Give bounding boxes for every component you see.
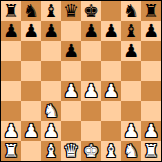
black-pawn[interactable]: ♟: [3, 21, 19, 41]
square-d6[interactable]: ♟: [61, 41, 81, 61]
black-bishop[interactable]: ♝: [43, 1, 59, 21]
square-d1[interactable]: ♛: [61, 141, 81, 161]
square-h7[interactable]: ♟: [141, 21, 161, 41]
square-b7[interactable]: ♟: [21, 21, 41, 41]
black-pawn[interactable]: ♟: [83, 21, 99, 41]
square-g6[interactable]: ♟: [121, 41, 141, 61]
square-g3[interactable]: [121, 101, 141, 121]
square-h6[interactable]: [141, 41, 161, 61]
square-h5[interactable]: [141, 61, 161, 81]
square-f6[interactable]: [101, 41, 121, 61]
white-queen[interactable]: ♛: [63, 141, 79, 161]
chess-board: ♜♞♝♛♚♞♜♟♟♟♟♟♝♟♟♟♟♟♟♞♟♟♟♟♟♜♝♛♚♝♞♜: [1, 1, 161, 161]
black-rook[interactable]: ♜: [3, 1, 19, 21]
white-knight[interactable]: ♞: [43, 101, 59, 121]
square-g4[interactable]: [121, 81, 141, 101]
square-b3[interactable]: [21, 101, 41, 121]
white-rook[interactable]: ♜: [3, 141, 19, 161]
square-b4[interactable]: [21, 81, 41, 101]
square-d7[interactable]: [61, 21, 81, 41]
black-pawn[interactable]: ♟: [43, 21, 59, 41]
square-b6[interactable]: [21, 41, 41, 61]
white-pawn[interactable]: ♟: [3, 121, 19, 141]
square-c3[interactable]: ♞: [41, 101, 61, 121]
square-a2[interactable]: ♟: [1, 121, 21, 141]
square-g7[interactable]: ♝: [121, 21, 141, 41]
square-c4[interactable]: [41, 81, 61, 101]
chess-board-frame: ♜♞♝♛♚♞♜♟♟♟♟♟♝♟♟♟♟♟♟♞♟♟♟♟♟♜♝♛♚♝♞♜: [0, 0, 162, 162]
square-g1[interactable]: ♞: [121, 141, 141, 161]
white-rook[interactable]: ♜: [143, 141, 159, 161]
square-a5[interactable]: [1, 61, 21, 81]
square-c2[interactable]: ♟: [41, 121, 61, 141]
square-e4[interactable]: ♟: [81, 81, 101, 101]
square-f2[interactable]: [101, 121, 121, 141]
square-d5[interactable]: [61, 61, 81, 81]
black-king[interactable]: ♚: [83, 1, 99, 21]
square-h4[interactable]: [141, 81, 161, 101]
square-e6[interactable]: [81, 41, 101, 61]
white-pawn[interactable]: ♟: [23, 121, 39, 141]
square-a8[interactable]: ♜: [1, 1, 21, 21]
square-g5[interactable]: [121, 61, 141, 81]
square-a7[interactable]: ♟: [1, 21, 21, 41]
black-pawn[interactable]: ♟: [63, 41, 79, 61]
square-f5[interactable]: [101, 61, 121, 81]
black-pawn[interactable]: ♟: [123, 41, 139, 61]
square-d3[interactable]: [61, 101, 81, 121]
square-c8[interactable]: ♝: [41, 1, 61, 21]
square-h2[interactable]: ♟: [141, 121, 161, 141]
square-b8[interactable]: ♞: [21, 1, 41, 21]
square-c7[interactable]: ♟: [41, 21, 61, 41]
white-pawn[interactable]: ♟: [43, 121, 59, 141]
square-f1[interactable]: ♝: [101, 141, 121, 161]
square-e3[interactable]: [81, 101, 101, 121]
square-c1[interactable]: ♝: [41, 141, 61, 161]
white-bishop[interactable]: ♝: [43, 141, 59, 161]
white-pawn[interactable]: ♟: [143, 121, 159, 141]
square-b5[interactable]: [21, 61, 41, 81]
square-f4[interactable]: ♟: [101, 81, 121, 101]
square-g8[interactable]: ♞: [121, 1, 141, 21]
square-g2[interactable]: ♟: [121, 121, 141, 141]
square-e7[interactable]: ♟: [81, 21, 101, 41]
square-f3[interactable]: [101, 101, 121, 121]
square-d4[interactable]: ♟: [61, 81, 81, 101]
black-pawn[interactable]: ♟: [103, 21, 119, 41]
square-a4[interactable]: [1, 81, 21, 101]
white-knight[interactable]: ♞: [123, 141, 139, 161]
square-f7[interactable]: ♟: [101, 21, 121, 41]
white-pawn[interactable]: ♟: [123, 121, 139, 141]
square-d8[interactable]: ♛: [61, 1, 81, 21]
black-pawn[interactable]: ♟: [23, 21, 39, 41]
black-rook[interactable]: ♜: [143, 1, 159, 21]
square-h8[interactable]: ♜: [141, 1, 161, 21]
square-e2[interactable]: [81, 121, 101, 141]
white-bishop[interactable]: ♝: [103, 141, 119, 161]
square-f8[interactable]: [101, 1, 121, 21]
white-king[interactable]: ♚: [83, 141, 99, 161]
black-pawn[interactable]: ♟: [143, 21, 159, 41]
black-knight[interactable]: ♞: [23, 1, 39, 21]
square-h3[interactable]: [141, 101, 161, 121]
square-e1[interactable]: ♚: [81, 141, 101, 161]
white-pawn[interactable]: ♟: [63, 81, 79, 101]
square-c5[interactable]: [41, 61, 61, 81]
square-c6[interactable]: [41, 41, 61, 61]
square-a1[interactable]: ♜: [1, 141, 21, 161]
square-b2[interactable]: ♟: [21, 121, 41, 141]
square-d2[interactable]: [61, 121, 81, 141]
white-pawn[interactable]: ♟: [83, 81, 99, 101]
square-e5[interactable]: [81, 61, 101, 81]
square-e8[interactable]: ♚: [81, 1, 101, 21]
black-knight[interactable]: ♞: [123, 1, 139, 21]
square-b1[interactable]: [21, 141, 41, 161]
white-pawn[interactable]: ♟: [103, 81, 119, 101]
black-queen[interactable]: ♛: [63, 1, 79, 21]
square-h1[interactable]: ♜: [141, 141, 161, 161]
square-a3[interactable]: [1, 101, 21, 121]
black-bishop[interactable]: ♝: [123, 21, 139, 41]
square-a6[interactable]: [1, 41, 21, 61]
